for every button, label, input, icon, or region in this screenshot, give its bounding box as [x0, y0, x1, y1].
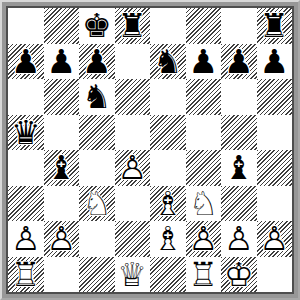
square-d1[interactable]: ♛♕ — [115, 257, 151, 293]
square-d5[interactable] — [115, 115, 151, 151]
square-e7[interactable]: ♞♞ — [150, 44, 186, 80]
square-b3[interactable] — [44, 186, 80, 222]
square-c2[interactable] — [79, 221, 115, 257]
white-rook-a1[interactable]: ♖ — [8, 257, 44, 293]
black-pawn-halo: ♟ — [221, 44, 257, 80]
white-pawn-g2[interactable]: ♙ — [221, 221, 257, 257]
chess-board: ♚♚♜♜♜♜♟♟♟♟♟♟♞♞♟♟♟♟♟♟♞♞♛♛♝♝♟♙♝♝♞♘♝♗♞♘♟♙♟♙… — [8, 8, 292, 292]
black-queen-halo: ♛ — [8, 115, 44, 151]
square-b7[interactable]: ♟♟ — [44, 44, 80, 80]
square-a4[interactable] — [8, 150, 44, 186]
square-f3[interactable]: ♞♘ — [186, 186, 222, 222]
black-knight-c6[interactable]: ♞ — [79, 79, 115, 115]
square-a7[interactable]: ♟♟ — [8, 44, 44, 80]
square-a2[interactable]: ♟♙ — [8, 221, 44, 257]
square-c4[interactable] — [79, 150, 115, 186]
square-a8[interactable] — [8, 8, 44, 44]
square-a6[interactable] — [8, 79, 44, 115]
square-d6[interactable] — [115, 79, 151, 115]
white-pawn-h2[interactable]: ♙ — [257, 221, 293, 257]
square-e2[interactable]: ♝♗ — [150, 221, 186, 257]
square-e5[interactable] — [150, 115, 186, 151]
black-pawn-halo: ♟ — [186, 44, 222, 80]
square-a1[interactable]: ♜♖ — [8, 257, 44, 293]
white-bishop-halo: ♝ — [150, 186, 186, 222]
square-b8[interactable] — [44, 8, 80, 44]
white-bishop-e2[interactable]: ♗ — [150, 221, 186, 257]
square-b6[interactable] — [44, 79, 80, 115]
white-rook-halo: ♜ — [186, 257, 222, 293]
square-g1[interactable]: ♚♔ — [221, 257, 257, 293]
square-e3[interactable]: ♝♗ — [150, 186, 186, 222]
square-f2[interactable]: ♟♙ — [186, 221, 222, 257]
white-pawn-halo: ♟ — [186, 221, 222, 257]
square-f5[interactable] — [186, 115, 222, 151]
square-h6[interactable] — [257, 79, 293, 115]
square-d8[interactable]: ♜♜ — [115, 8, 151, 44]
white-knight-c3[interactable]: ♘ — [79, 186, 115, 222]
black-king-halo: ♚ — [79, 8, 115, 44]
black-pawn-halo: ♟ — [79, 44, 115, 80]
black-pawn-halo: ♟ — [8, 44, 44, 80]
square-f1[interactable]: ♜♖ — [186, 257, 222, 293]
square-f4[interactable] — [186, 150, 222, 186]
square-c1[interactable] — [79, 257, 115, 293]
black-pawn-g7[interactable]: ♟ — [221, 44, 257, 80]
square-e4[interactable] — [150, 150, 186, 186]
square-f6[interactable] — [186, 79, 222, 115]
white-pawn-halo: ♟ — [257, 221, 293, 257]
square-e8[interactable] — [150, 8, 186, 44]
square-g3[interactable] — [221, 186, 257, 222]
board-frame: ♚♚♜♜♜♜♟♟♟♟♟♟♞♞♟♟♟♟♟♟♞♞♛♛♝♝♟♙♝♝♞♘♝♗♞♘♟♙♟♙… — [0, 0, 300, 300]
white-queen-d1[interactable]: ♕ — [115, 257, 151, 293]
black-king-c8[interactable]: ♚ — [79, 8, 115, 44]
square-c8[interactable]: ♚♚ — [79, 8, 115, 44]
white-pawn-d4[interactable]: ♙ — [115, 150, 151, 186]
black-bishop-halo: ♝ — [44, 150, 80, 186]
square-d2[interactable] — [115, 221, 151, 257]
white-king-halo: ♚ — [221, 257, 257, 293]
square-h8[interactable]: ♜♜ — [257, 8, 293, 44]
black-pawn-halo: ♟ — [257, 44, 293, 80]
white-pawn-a2[interactable]: ♙ — [8, 221, 44, 257]
square-c5[interactable] — [79, 115, 115, 151]
white-king-g1[interactable]: ♔ — [221, 257, 257, 293]
white-rook-f1[interactable]: ♖ — [186, 257, 222, 293]
square-g2[interactable]: ♟♙ — [221, 221, 257, 257]
white-rook-halo: ♜ — [8, 257, 44, 293]
square-d4[interactable]: ♟♙ — [115, 150, 151, 186]
square-f7[interactable]: ♟♟ — [186, 44, 222, 80]
black-knight-halo: ♞ — [150, 44, 186, 80]
square-g7[interactable]: ♟♟ — [221, 44, 257, 80]
black-knight-e7[interactable]: ♞ — [150, 44, 186, 80]
white-pawn-halo: ♟ — [8, 221, 44, 257]
square-a5[interactable]: ♛♛ — [8, 115, 44, 151]
white-pawn-halo: ♟ — [44, 221, 80, 257]
white-pawn-halo: ♟ — [221, 221, 257, 257]
square-d7[interactable] — [115, 44, 151, 80]
square-g5[interactable] — [221, 115, 257, 151]
white-bishop-halo: ♝ — [150, 221, 186, 257]
black-rook-d8[interactable]: ♜ — [115, 8, 151, 44]
square-f8[interactable] — [186, 8, 222, 44]
white-knight-halo: ♞ — [79, 186, 115, 222]
black-pawn-b7[interactable]: ♟ — [44, 44, 80, 80]
square-h2[interactable]: ♟♙ — [257, 221, 293, 257]
black-pawn-h7[interactable]: ♟ — [257, 44, 293, 80]
black-pawn-halo: ♟ — [44, 44, 80, 80]
black-rook-halo: ♜ — [257, 8, 293, 44]
white-knight-halo: ♞ — [186, 186, 222, 222]
black-pawn-c7[interactable]: ♟ — [79, 44, 115, 80]
square-a3[interactable] — [8, 186, 44, 222]
square-b5[interactable] — [44, 115, 80, 151]
black-pawn-f7[interactable]: ♟ — [186, 44, 222, 80]
square-c7[interactable]: ♟♟ — [79, 44, 115, 80]
black-knight-halo: ♞ — [79, 79, 115, 115]
black-rook-h8[interactable]: ♜ — [257, 8, 293, 44]
square-c6[interactable]: ♞♞ — [79, 79, 115, 115]
white-pawn-halo: ♟ — [115, 150, 151, 186]
white-pawn-b2[interactable]: ♙ — [44, 221, 80, 257]
square-b2[interactable]: ♟♙ — [44, 221, 80, 257]
square-b1[interactable] — [44, 257, 80, 293]
black-bishop-g4[interactable]: ♝ — [221, 150, 257, 186]
white-knight-f3[interactable]: ♘ — [186, 186, 222, 222]
square-d3[interactable] — [115, 186, 151, 222]
square-g4[interactable]: ♝♝ — [221, 150, 257, 186]
square-h4[interactable] — [257, 150, 293, 186]
black-rook-halo: ♜ — [115, 8, 151, 44]
square-b4[interactable]: ♝♝ — [44, 150, 80, 186]
square-h1[interactable] — [257, 257, 293, 293]
black-queen-a5[interactable]: ♛ — [8, 115, 44, 151]
square-e6[interactable] — [150, 79, 186, 115]
white-bishop-e3[interactable]: ♗ — [150, 186, 186, 222]
black-bishop-halo: ♝ — [221, 150, 257, 186]
square-g8[interactable] — [221, 8, 257, 44]
square-c3[interactable]: ♞♘ — [79, 186, 115, 222]
white-queen-halo: ♛ — [115, 257, 151, 293]
black-pawn-a7[interactable]: ♟ — [8, 44, 44, 80]
square-h3[interactable] — [257, 186, 293, 222]
square-h7[interactable]: ♟♟ — [257, 44, 293, 80]
white-pawn-f2[interactable]: ♙ — [186, 221, 222, 257]
square-e1[interactable] — [150, 257, 186, 293]
black-bishop-b4[interactable]: ♝ — [44, 150, 80, 186]
square-h5[interactable] — [257, 115, 293, 151]
square-g6[interactable] — [221, 79, 257, 115]
